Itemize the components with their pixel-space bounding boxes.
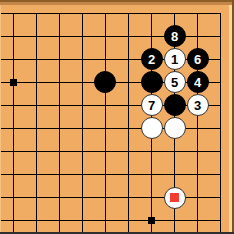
board-intersection: [140, 71, 163, 94]
stone-number: 8: [171, 29, 178, 42]
stone-number: 4: [194, 75, 201, 88]
stone-black-4: 4: [187, 71, 209, 93]
board-intersection: 1: [163, 48, 186, 71]
go-diagram: 82165473: [0, 0, 234, 234]
stone-number: 7: [148, 98, 155, 111]
board-intersection: 4: [186, 71, 209, 94]
red-square-marker: [170, 193, 179, 202]
board-intersection: 7: [140, 94, 163, 117]
stone-white-marked: [164, 187, 186, 209]
board-intersection: [163, 94, 186, 117]
board-intersection: 6: [186, 48, 209, 71]
stone-white-plain: [164, 117, 186, 139]
board-intersection: 3: [186, 94, 209, 117]
stone-number: 3: [194, 98, 201, 111]
stones-layer: 82165473: [1, 1, 232, 232]
stone-black-8: 8: [164, 25, 186, 47]
stone-black-plain: [94, 71, 116, 93]
stone-black-6: 6: [187, 48, 209, 70]
stone-black-plain: [164, 94, 186, 116]
board-intersection: [163, 186, 186, 209]
board-intersection: [163, 117, 186, 140]
board-intersection: 8: [163, 25, 186, 48]
stone-white-1: 1: [164, 48, 186, 70]
stone-black-2: 2: [141, 48, 163, 70]
stone-white-3: 3: [187, 94, 209, 116]
stone-white-plain: [141, 117, 163, 139]
board-intersection: [140, 117, 163, 140]
stone-number: 2: [148, 52, 155, 65]
stone-white-5: 5: [164, 71, 186, 93]
stone-white-7: 7: [141, 94, 163, 116]
stone-number: 5: [171, 75, 178, 88]
stone-black-plain: [141, 71, 163, 93]
board-intersection: 5: [163, 71, 186, 94]
board-intersection: 2: [140, 48, 163, 71]
stone-number: 6: [194, 52, 201, 65]
stone-number: 1: [171, 52, 178, 65]
board-intersection: [94, 71, 117, 94]
